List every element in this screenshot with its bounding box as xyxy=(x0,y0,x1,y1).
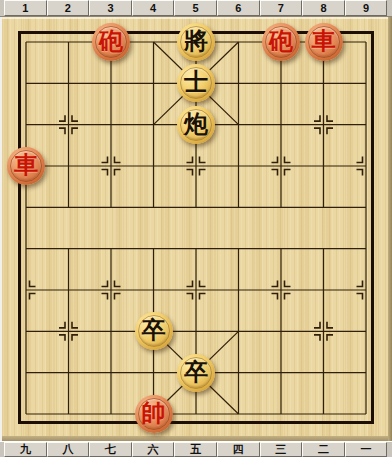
board-intersection: 卒 xyxy=(175,352,218,393)
file-label: 5 xyxy=(174,0,217,16)
red-cannon-piece[interactable]: 砲 xyxy=(92,23,130,61)
board-intersection: 將 xyxy=(175,21,218,62)
board-intersection: 砲 xyxy=(260,21,303,62)
black-general-piece[interactable]: 將 xyxy=(177,23,215,61)
file-label: 三 xyxy=(260,442,303,457)
file-label: 7 xyxy=(260,0,303,16)
piece-character: 砲 xyxy=(269,29,293,53)
board-intersection: 砲 xyxy=(90,21,133,62)
file-labels-bottom: 九八七六五四三二一 xyxy=(0,441,392,457)
black-cannon-piece[interactable]: 炮 xyxy=(177,106,215,144)
board-intersection: 帥 xyxy=(132,393,175,434)
piece-character: 車 xyxy=(312,29,336,53)
xiangqi-board[interactable]: 砲將砲車士炮車卒卒帥 xyxy=(0,17,392,441)
file-label: 2 xyxy=(47,0,90,16)
piece-character: 卒 xyxy=(142,318,166,342)
black-advisor-piece[interactable]: 士 xyxy=(177,64,215,102)
file-label: 1 xyxy=(4,0,47,16)
piece-character: 將 xyxy=(184,29,208,53)
piece-layer: 砲將砲車士炮車卒卒帥 xyxy=(5,21,388,434)
red-general-piece[interactable]: 帥 xyxy=(135,395,173,433)
file-label: 4 xyxy=(132,0,175,16)
file-label: 四 xyxy=(217,442,260,457)
file-label: 五 xyxy=(174,442,217,457)
xiangqi-app-window: 123456789 砲將砲車士炮車卒卒帥 九八七六五四三二一 xyxy=(0,0,392,457)
piece-character: 卒 xyxy=(184,360,208,384)
red-chariot-piece[interactable]: 車 xyxy=(7,147,45,185)
file-label: 6 xyxy=(217,0,260,16)
board-intersection: 炮 xyxy=(175,104,218,145)
black-soldier-piece[interactable]: 卒 xyxy=(177,354,215,392)
file-label: 3 xyxy=(89,0,132,16)
piece-character: 車 xyxy=(14,153,38,177)
piece-character: 炮 xyxy=(184,112,208,136)
red-cannon-piece[interactable]: 砲 xyxy=(262,23,300,61)
piece-character: 士 xyxy=(184,70,208,94)
board-edge-right xyxy=(388,17,392,441)
board-intersection: 車 xyxy=(302,21,345,62)
board-edge-top xyxy=(2,17,388,19)
file-label: 六 xyxy=(132,442,175,457)
file-label: 8 xyxy=(302,0,345,16)
piece-character: 砲 xyxy=(99,29,123,53)
file-label: 二 xyxy=(302,442,345,457)
file-label: 九 xyxy=(4,442,47,457)
file-label: 一 xyxy=(345,442,388,457)
file-label: 9 xyxy=(345,0,388,16)
red-chariot-piece[interactable]: 車 xyxy=(305,23,343,61)
file-label: 八 xyxy=(47,442,90,457)
board-intersection: 車 xyxy=(5,145,48,186)
piece-character: 帥 xyxy=(142,401,166,425)
file-label: 七 xyxy=(89,442,132,457)
board-intersection: 士 xyxy=(175,63,218,104)
board-edge-left xyxy=(0,17,2,441)
file-labels-top: 123456789 xyxy=(0,0,392,17)
black-soldier-piece[interactable]: 卒 xyxy=(135,312,173,350)
board-intersection: 卒 xyxy=(132,311,175,352)
